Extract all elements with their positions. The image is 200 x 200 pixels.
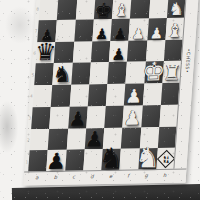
file-label: g xyxy=(144,172,148,178)
square-a4 xyxy=(33,85,53,107)
square-g3 xyxy=(141,105,161,127)
black-pawn: ♟ xyxy=(111,48,126,63)
square-d1 xyxy=(83,149,103,171)
black-pawn: ♟ xyxy=(95,27,109,41)
table-shadow-band xyxy=(12,184,200,200)
square-c5 xyxy=(71,63,91,85)
square-f3: ♟ xyxy=(123,105,143,127)
table-smudge xyxy=(0,92,22,162)
black-pawn: ♟ xyxy=(113,27,127,41)
square-d6 xyxy=(91,41,111,63)
board-squares: ♚♝♞♟♟♟♟♟♝♛♟♞♚♜♟♟♟♟♟♞♞♞♝♜♟ xyxy=(28,0,186,172)
square-f5 xyxy=(126,62,146,84)
white-bishop: ♝ xyxy=(113,3,130,19)
square-b8 xyxy=(57,0,77,20)
black-pawn: ♟ xyxy=(40,28,54,42)
square-g5: ♚ xyxy=(144,61,164,83)
square-b7 xyxy=(56,19,76,41)
square-c4 xyxy=(69,84,89,106)
square-d4 xyxy=(88,84,108,106)
file-label: h xyxy=(163,172,167,178)
square-g8 xyxy=(148,0,168,18)
board-logo-glyphs: ♞♝♜♟ xyxy=(162,155,171,163)
square-f2 xyxy=(121,127,141,149)
square-c8 xyxy=(75,0,95,19)
black-king: ♚ xyxy=(94,1,113,19)
square-e5 xyxy=(107,62,127,84)
square-d5 xyxy=(89,62,109,84)
white-pawn: ♟ xyxy=(149,26,163,40)
chess-board: 87654321 ♚♝♞♟♟♟♟♟♝♛♟♞♚♜♟♟♟♟♟♞♞♞♝♜♟ •CHES… xyxy=(23,0,199,185)
square-c1 xyxy=(65,150,85,172)
square-g2 xyxy=(139,127,159,149)
square-f1 xyxy=(120,149,140,171)
square-f8 xyxy=(130,0,150,19)
square-b2 xyxy=(48,128,68,150)
square-a7: ♟ xyxy=(37,20,57,42)
square-a1 xyxy=(28,150,48,172)
square-d2: ♟ xyxy=(85,128,105,150)
square-e4 xyxy=(106,84,126,106)
square-b1: ♟ xyxy=(46,150,66,172)
file-label: e xyxy=(109,173,113,179)
square-c6 xyxy=(72,41,92,63)
board-bottom-border: abcdefgh xyxy=(23,169,186,186)
square-b5: ♞ xyxy=(53,63,73,85)
black-knight: ♞ xyxy=(52,65,73,85)
square-a6: ♛ xyxy=(36,42,56,64)
square-g6 xyxy=(145,40,165,62)
white-pawn: ♟ xyxy=(125,89,143,106)
board-logo: ♞♝♜♟ xyxy=(157,150,175,168)
square-e1: ♞ xyxy=(101,149,121,171)
white-pawn: ♟ xyxy=(123,109,142,127)
black-pawn: ♟ xyxy=(46,152,67,172)
square-g7: ♟ xyxy=(147,18,167,40)
file-label: b xyxy=(54,174,58,180)
white-pawn: ♟ xyxy=(131,27,145,41)
file-label: a xyxy=(35,174,39,180)
square-f4: ♟ xyxy=(124,83,144,105)
square-b4 xyxy=(51,85,71,107)
square-a3 xyxy=(31,107,51,129)
square-d7: ♟ xyxy=(92,19,112,41)
photo-frame: 87654321 ♚♝♞♟♟♟♟♟♝♛♟♞♚♜♟♟♟♟♟♞♞♞♝♜♟ •CHES… xyxy=(0,0,200,200)
file-labels: abcdefgh xyxy=(28,172,175,181)
square-f7: ♟ xyxy=(129,18,149,40)
square-e8: ♝ xyxy=(112,0,132,19)
square-b6 xyxy=(54,41,74,63)
square-f6 xyxy=(127,40,147,62)
square-e3 xyxy=(104,105,124,127)
file-label: f xyxy=(127,173,129,179)
square-e6: ♟ xyxy=(109,40,129,62)
square-b3 xyxy=(49,106,69,128)
square-a2 xyxy=(30,129,50,151)
square-a5 xyxy=(34,63,54,85)
black-pawn: ♟ xyxy=(84,130,104,149)
board-brand-text: •CHESS• xyxy=(185,49,192,74)
square-c3: ♟ xyxy=(68,106,88,128)
file-label: d xyxy=(90,173,94,179)
square-c7 xyxy=(74,19,94,41)
white-bishop: ♝ xyxy=(166,22,184,39)
square-g4 xyxy=(142,83,162,105)
square-g1: ♞ xyxy=(138,148,158,170)
square-a8 xyxy=(39,0,59,20)
black-pawn: ♟ xyxy=(68,110,87,128)
square-c2 xyxy=(66,128,86,150)
white-knight: ♞ xyxy=(168,2,185,18)
square-d3 xyxy=(86,106,106,128)
square-d8: ♚ xyxy=(94,0,114,19)
square-e7: ♟ xyxy=(110,19,130,41)
square-e2 xyxy=(103,127,123,149)
file-label: c xyxy=(72,174,75,180)
